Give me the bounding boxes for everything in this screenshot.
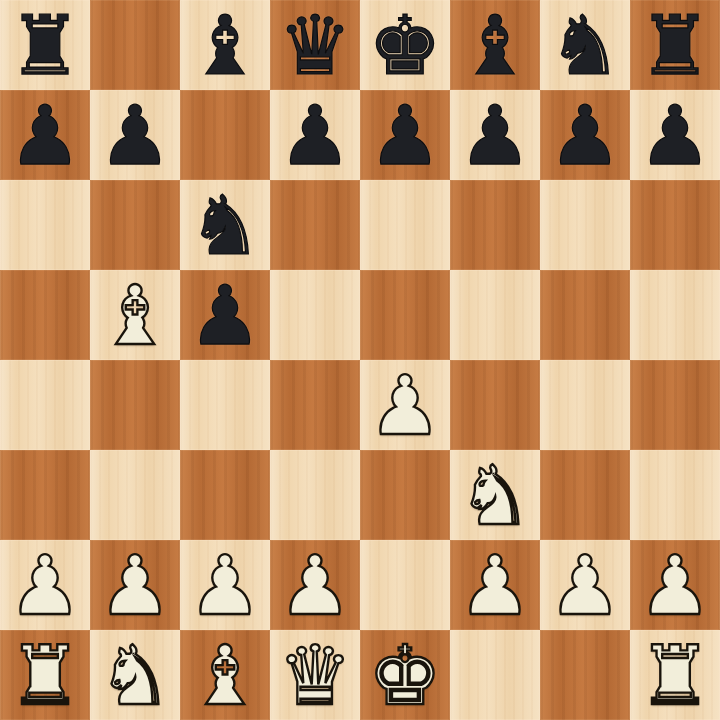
square-g4[interactable] [540,360,630,450]
square-e3[interactable] [360,450,450,540]
white-pawn[interactable]: ♟ [540,540,630,630]
square-c5[interactable]: ♟ [180,270,270,360]
square-e8[interactable]: ♚ [360,0,450,90]
square-f4[interactable] [450,360,540,450]
square-d6[interactable] [270,180,360,270]
square-b4[interactable] [90,360,180,450]
square-g5[interactable] [540,270,630,360]
square-h6[interactable] [630,180,720,270]
square-a8[interactable]: ♜ [0,0,90,90]
square-c4[interactable] [180,360,270,450]
square-f3[interactable]: ♞ [450,450,540,540]
square-b8[interactable] [90,0,180,90]
white-pawn[interactable]: ♟ [450,540,540,630]
chess-board: ♜♝♛♚♝♞♜♟♟♟♟♟♟♟♞♝♟♟♞♟♟♟♟♟♟♟♜♞♝♛♚♜ [0,0,720,720]
square-b5[interactable]: ♝ [90,270,180,360]
square-h5[interactable] [630,270,720,360]
white-pawn[interactable]: ♟ [90,540,180,630]
square-d4[interactable] [270,360,360,450]
square-h1[interactable]: ♜ [630,630,720,720]
square-f7[interactable]: ♟ [450,90,540,180]
black-pawn[interactable]: ♟ [0,90,90,180]
square-c2[interactable]: ♟ [180,540,270,630]
square-d5[interactable] [270,270,360,360]
white-pawn[interactable]: ♟ [270,540,360,630]
white-pawn[interactable]: ♟ [360,360,450,450]
square-b6[interactable] [90,180,180,270]
white-rook[interactable]: ♜ [0,630,90,720]
square-a5[interactable] [0,270,90,360]
square-e7[interactable]: ♟ [360,90,450,180]
white-bishop[interactable]: ♝ [90,270,180,360]
square-b7[interactable]: ♟ [90,90,180,180]
square-h4[interactable] [630,360,720,450]
square-d8[interactable]: ♛ [270,0,360,90]
square-h7[interactable]: ♟ [630,90,720,180]
white-bishop[interactable]: ♝ [180,630,270,720]
square-b2[interactable]: ♟ [90,540,180,630]
white-pawn[interactable]: ♟ [0,540,90,630]
square-f6[interactable] [450,180,540,270]
square-e4[interactable]: ♟ [360,360,450,450]
white-pawn[interactable]: ♟ [180,540,270,630]
square-g7[interactable]: ♟ [540,90,630,180]
black-knight[interactable]: ♞ [180,180,270,270]
square-a1[interactable]: ♜ [0,630,90,720]
square-c6[interactable]: ♞ [180,180,270,270]
square-e6[interactable] [360,180,450,270]
square-c1[interactable]: ♝ [180,630,270,720]
square-h2[interactable]: ♟ [630,540,720,630]
black-rook[interactable]: ♜ [630,0,720,90]
black-knight[interactable]: ♞ [540,0,630,90]
square-f2[interactable]: ♟ [450,540,540,630]
square-g8[interactable]: ♞ [540,0,630,90]
square-a4[interactable] [0,360,90,450]
white-queen[interactable]: ♛ [270,630,360,720]
square-g6[interactable] [540,180,630,270]
square-b3[interactable] [90,450,180,540]
square-e2[interactable] [360,540,450,630]
white-king[interactable]: ♚ [360,630,450,720]
square-d3[interactable] [270,450,360,540]
square-a7[interactable]: ♟ [0,90,90,180]
black-pawn[interactable]: ♟ [90,90,180,180]
square-b1[interactable]: ♞ [90,630,180,720]
black-pawn[interactable]: ♟ [360,90,450,180]
black-king[interactable]: ♚ [360,0,450,90]
black-pawn[interactable]: ♟ [450,90,540,180]
square-c8[interactable]: ♝ [180,0,270,90]
white-pawn[interactable]: ♟ [630,540,720,630]
board-wrap: ♜♝♛♚♝♞♜♟♟♟♟♟♟♟♞♝♟♟♞♟♟♟♟♟♟♟♜♞♝♛♚♜ [0,0,720,720]
black-pawn[interactable]: ♟ [270,90,360,180]
black-pawn[interactable]: ♟ [630,90,720,180]
square-d2[interactable]: ♟ [270,540,360,630]
square-d1[interactable]: ♛ [270,630,360,720]
square-d7[interactable]: ♟ [270,90,360,180]
square-c3[interactable] [180,450,270,540]
black-pawn[interactable]: ♟ [180,270,270,360]
square-h8[interactable]: ♜ [630,0,720,90]
black-rook[interactable]: ♜ [0,0,90,90]
square-a3[interactable] [0,450,90,540]
square-e1[interactable]: ♚ [360,630,450,720]
black-queen[interactable]: ♛ [270,0,360,90]
white-knight[interactable]: ♞ [450,450,540,540]
white-rook[interactable]: ♜ [630,630,720,720]
square-f8[interactable]: ♝ [450,0,540,90]
square-f5[interactable] [450,270,540,360]
square-e5[interactable] [360,270,450,360]
square-g3[interactable] [540,450,630,540]
square-g1[interactable] [540,630,630,720]
white-knight[interactable]: ♞ [90,630,180,720]
square-c7[interactable] [180,90,270,180]
black-bishop[interactable]: ♝ [180,0,270,90]
square-g2[interactable]: ♟ [540,540,630,630]
square-a2[interactable]: ♟ [0,540,90,630]
square-a6[interactable] [0,180,90,270]
black-bishop[interactable]: ♝ [450,0,540,90]
black-pawn[interactable]: ♟ [540,90,630,180]
square-f1[interactable] [450,630,540,720]
square-h3[interactable] [630,450,720,540]
